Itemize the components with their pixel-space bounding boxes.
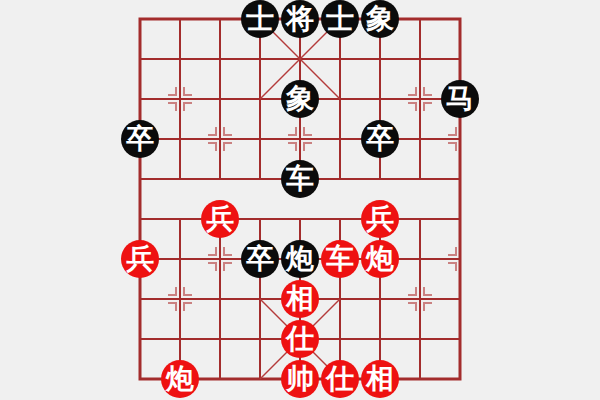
piece-black-chariot[interactable]: 车 — [281, 160, 319, 198]
piece-red-general[interactable]: 帅 — [281, 360, 319, 398]
xiangqi-board: 士将士象象马卒卒车兵兵兵卒炮车炮相仕炮帅仕相 — [0, 0, 600, 400]
piece-black-cannon[interactable]: 炮 — [281, 240, 319, 278]
piece-red-advisor[interactable]: 仕 — [281, 320, 319, 358]
piece-black-general[interactable]: 将 — [281, 0, 319, 38]
piece-red-advisor[interactable]: 仕 — [321, 360, 359, 398]
piece-red-soldier[interactable]: 兵 — [201, 200, 239, 238]
piece-red-elephant[interactable]: 相 — [361, 360, 399, 398]
piece-black-elephant[interactable]: 象 — [281, 80, 319, 118]
piece-black-soldier[interactable]: 卒 — [361, 120, 399, 158]
piece-red-chariot[interactable]: 车 — [321, 240, 359, 278]
piece-black-soldier[interactable]: 卒 — [241, 240, 279, 278]
piece-black-elephant[interactable]: 象 — [361, 0, 399, 38]
board-pieces-layer: 士将士象象马卒卒车兵兵兵卒炮车炮相仕炮帅仕相 — [120, 0, 480, 399]
piece-red-cannon[interactable]: 炮 — [161, 360, 199, 398]
piece-red-soldier[interactable]: 兵 — [121, 240, 159, 278]
piece-red-soldier[interactable]: 兵 — [361, 200, 399, 238]
piece-black-advisor[interactable]: 士 — [321, 0, 359, 38]
piece-black-horse[interactable]: 马 — [441, 80, 479, 118]
piece-black-advisor[interactable]: 士 — [241, 0, 279, 38]
piece-black-soldier[interactable]: 卒 — [121, 120, 159, 158]
piece-red-cannon[interactable]: 炮 — [361, 240, 399, 278]
piece-red-elephant[interactable]: 相 — [281, 280, 319, 318]
